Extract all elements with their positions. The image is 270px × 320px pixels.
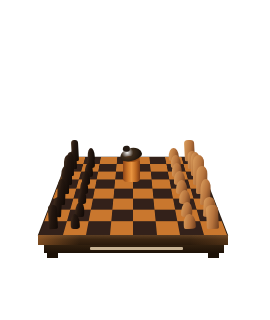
square-c5-r2	[153, 198, 175, 209]
piece-black-rook	[47, 205, 57, 229]
square-c3-r3	[113, 189, 133, 199]
square-c4-r2	[133, 198, 154, 209]
terracotta-cup	[123, 159, 140, 182]
piece-wood-rook	[206, 205, 219, 230]
square-c5-r7	[149, 157, 166, 164]
square-c5-r3	[152, 189, 173, 199]
drawer-handle-strip	[90, 247, 183, 250]
square-c3-r1	[111, 209, 133, 221]
square-c2-r3	[93, 189, 114, 199]
square-c4-r1	[133, 209, 155, 221]
square-c2-r0	[86, 221, 111, 235]
square-c2-r1	[89, 209, 112, 221]
square-c5-r0	[155, 221, 180, 235]
chess-set-photo	[0, 0, 270, 320]
square-c5-r4	[151, 180, 171, 189]
square-c2-r2	[91, 198, 113, 209]
square-c2-r7	[100, 157, 117, 164]
board-front-edge	[38, 235, 228, 245]
square-c3-r0	[110, 221, 134, 235]
board-edge-grain	[38, 235, 228, 245]
square-c5-r1	[154, 209, 177, 221]
square-c3-r2	[112, 198, 133, 209]
photo-canvas	[0, 0, 270, 320]
square-c2-r4	[95, 180, 115, 189]
square-c2-r6	[98, 164, 116, 172]
square-c5-r5	[150, 171, 169, 179]
square-c5-r6	[150, 164, 168, 172]
square-c4-r0	[133, 221, 157, 235]
square-c4-r3	[133, 189, 153, 199]
square-c2-r5	[97, 171, 116, 179]
board-base-drawer	[44, 245, 224, 253]
cup-body	[123, 159, 140, 182]
